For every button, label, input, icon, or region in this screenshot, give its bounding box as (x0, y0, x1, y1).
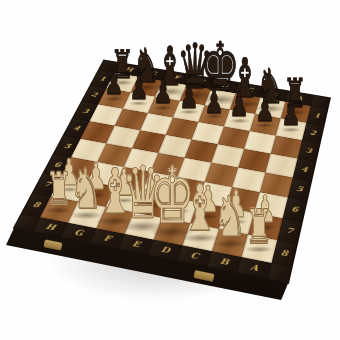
piece-white-rook[interactable]: ♜ (245, 205, 273, 250)
rank-label-text: 3 (305, 147, 313, 154)
file-label-text: H (44, 223, 56, 232)
piece-black-pawn[interactable]: ♟ (154, 77, 173, 108)
piece-black-pawn[interactable]: ♟ (129, 73, 148, 104)
rank-label-text: 8 (280, 249, 289, 258)
file-label-text: E (131, 240, 141, 249)
file-label-text: B (219, 257, 230, 266)
rank-label-text: 5 (296, 185, 304, 193)
rank-label-text: 2 (90, 92, 98, 98)
rank-label-text: 4 (300, 166, 308, 174)
chess-set-photo: HGFEDCBA1122334455667788HGFEDCBA ♜♞♝♛♚♝♞… (0, 0, 340, 340)
rank-label-text: 7 (285, 227, 294, 236)
piece-black-pawn[interactable]: ♟ (229, 90, 249, 122)
rank-label-text: 2 (309, 129, 316, 136)
piece-white-knight[interactable]: ♞ (213, 190, 247, 244)
piece-black-pawn[interactable]: ♟ (204, 85, 224, 116)
rank-label-text: 6 (291, 205, 299, 213)
rank-label-text: 3 (81, 108, 90, 115)
piece-black-pawn[interactable]: ♟ (255, 94, 275, 126)
file-label-text: D (160, 245, 171, 254)
piece-black-pawn[interactable]: ♟ (179, 81, 199, 112)
piece-white-rook[interactable]: ♜ (45, 168, 72, 211)
rank-label-text: 5 (63, 143, 72, 150)
piece-black-pawn[interactable]: ♟ (281, 98, 301, 130)
file-label-text: F (102, 234, 112, 243)
piece-black-pawn[interactable]: ♟ (104, 68, 123, 99)
file-label-text: G (73, 228, 85, 237)
file-label-text: C (189, 251, 199, 260)
rank-label-text: 1 (313, 112, 320, 119)
file-label-text: A (249, 263, 259, 272)
rank-label-text: 4 (72, 125, 81, 132)
